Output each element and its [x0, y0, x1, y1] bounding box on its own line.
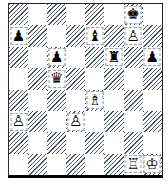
- square-g7[interactable]: ♙: [124, 25, 143, 46]
- square-f1[interactable]: [104, 154, 123, 175]
- white-pawn-piece: ♙: [69, 114, 82, 129]
- white-bishop-piece: ♗: [88, 93, 101, 108]
- square-h7[interactable]: [143, 25, 162, 46]
- square-d4[interactable]: [66, 90, 85, 111]
- square-b5[interactable]: [28, 68, 47, 89]
- square-h5[interactable]: [143, 68, 162, 89]
- white-pawn-piece: ♙: [126, 29, 139, 44]
- square-h8[interactable]: [143, 4, 162, 25]
- piece-box: ♜: [106, 48, 123, 66]
- chess-diagram: ♚♟♝♙♟♜♟♛♗♙♙♖♔: [8, 3, 163, 178]
- piece-box: ♟: [10, 27, 27, 45]
- black-rook-piece: ♜: [107, 50, 120, 65]
- square-f4[interactable]: [104, 90, 123, 111]
- square-g2[interactable]: [124, 132, 143, 153]
- square-d6[interactable]: [66, 47, 85, 68]
- piece-box: ♖: [125, 155, 142, 173]
- square-g5[interactable]: [124, 68, 143, 89]
- square-e8[interactable]: [85, 4, 104, 25]
- white-pawn-piece: ♙: [12, 114, 25, 129]
- square-c3[interactable]: [47, 111, 66, 132]
- square-e6[interactable]: [85, 47, 104, 68]
- square-b8[interactable]: [28, 4, 47, 25]
- square-e4[interactable]: ♗: [85, 90, 104, 111]
- square-a4[interactable]: [9, 90, 28, 111]
- square-c2[interactable]: [47, 132, 66, 153]
- white-rook-piece: ♖: [126, 157, 139, 172]
- square-h1[interactable]: ♔: [143, 154, 162, 175]
- square-a5[interactable]: [9, 68, 28, 89]
- square-c5[interactable]: ♛: [47, 68, 66, 89]
- black-king-piece: ♚: [126, 7, 139, 22]
- square-e5[interactable]: [85, 68, 104, 89]
- square-a1[interactable]: [9, 154, 28, 175]
- square-d5[interactable]: [66, 68, 85, 89]
- square-b3[interactable]: [28, 111, 47, 132]
- square-f3[interactable]: [104, 111, 123, 132]
- square-a8[interactable]: [9, 4, 28, 25]
- square-a6[interactable]: [9, 47, 28, 68]
- square-d2[interactable]: [66, 132, 85, 153]
- square-e1[interactable]: [85, 154, 104, 175]
- square-d7[interactable]: [66, 25, 85, 46]
- square-g8[interactable]: ♚: [124, 4, 143, 25]
- square-b1[interactable]: [28, 154, 47, 175]
- square-g1[interactable]: ♖: [124, 154, 143, 175]
- square-b4[interactable]: [28, 90, 47, 111]
- square-g4[interactable]: [124, 90, 143, 111]
- square-c1[interactable]: [47, 154, 66, 175]
- black-pawn-piece: ♟: [12, 29, 25, 44]
- square-b2[interactable]: [28, 132, 47, 153]
- square-d8[interactable]: [66, 4, 85, 25]
- square-e3[interactable]: [85, 111, 104, 132]
- square-c8[interactable]: [47, 4, 66, 25]
- piece-box: ♗: [86, 91, 103, 109]
- square-c6[interactable]: ♟: [47, 47, 66, 68]
- square-h4[interactable]: [143, 90, 162, 111]
- square-g6[interactable]: [124, 47, 143, 68]
- piece-box: ♙: [10, 113, 27, 131]
- piece-box: ♚: [125, 6, 142, 24]
- chess-board: ♚♟♝♙♟♜♟♛♗♙♙♖♔: [8, 3, 163, 178]
- square-c7[interactable]: [47, 25, 66, 46]
- square-g3[interactable]: [124, 111, 143, 132]
- black-pawn-piece: ♟: [50, 50, 63, 65]
- piece-box: ♛: [48, 70, 65, 88]
- white-king-piece: ♔: [145, 157, 158, 172]
- square-d1[interactable]: [66, 154, 85, 175]
- piece-box: ♝: [86, 27, 103, 45]
- piece-box: ♙: [125, 27, 142, 45]
- square-f7[interactable]: [104, 25, 123, 46]
- square-e7[interactable]: ♝: [85, 25, 104, 46]
- square-a7[interactable]: ♟: [9, 25, 28, 46]
- square-f6[interactable]: ♜: [104, 47, 123, 68]
- square-a2[interactable]: [9, 132, 28, 153]
- piece-box: ♟: [144, 48, 161, 66]
- square-h2[interactable]: [143, 132, 162, 153]
- square-c4[interactable]: [47, 90, 66, 111]
- black-queen-piece: ♛: [50, 71, 63, 86]
- square-e2[interactable]: [85, 132, 104, 153]
- piece-box: ♙: [67, 113, 84, 131]
- square-b6[interactable]: [28, 47, 47, 68]
- square-b7[interactable]: [28, 25, 47, 46]
- piece-box: ♟: [48, 48, 65, 66]
- piece-box: ♔: [144, 155, 161, 173]
- square-f2[interactable]: [104, 132, 123, 153]
- square-a3[interactable]: ♙: [9, 111, 28, 132]
- square-f8[interactable]: [104, 4, 123, 25]
- black-pawn-piece: ♟: [145, 50, 158, 65]
- square-h6[interactable]: ♟: [143, 47, 162, 68]
- square-f5[interactable]: [104, 68, 123, 89]
- square-d3[interactable]: ♙: [66, 111, 85, 132]
- square-h3[interactable]: [143, 111, 162, 132]
- black-bishop-piece: ♝: [88, 29, 101, 44]
